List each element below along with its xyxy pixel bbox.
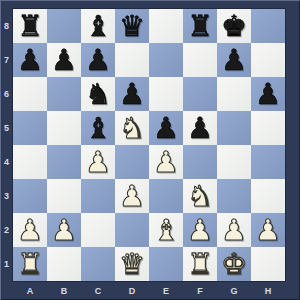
square-h1[interactable]: [251, 247, 285, 281]
square-c4[interactable]: ♟: [81, 145, 115, 179]
rank-label-4: 4: [0, 145, 13, 179]
square-g4[interactable]: [217, 145, 251, 179]
square-a8[interactable]: ♜: [13, 9, 47, 43]
piece-white-pawn[interactable]: ♟: [187, 213, 213, 247]
square-h5[interactable]: [251, 111, 285, 145]
square-f8[interactable]: ♜: [183, 9, 217, 43]
rank-labels: 8 7 6 5 4 3 2 1: [0, 9, 13, 281]
piece-white-knight[interactable]: ♞: [119, 111, 145, 145]
square-e6[interactable]: [149, 77, 183, 111]
square-g1[interactable]: ♚: [217, 247, 251, 281]
piece-black-king[interactable]: ♚: [221, 9, 247, 43]
square-h8[interactable]: [251, 9, 285, 43]
file-label-f: F: [183, 281, 217, 300]
piece-black-rook[interactable]: ♜: [187, 9, 213, 43]
piece-white-pawn[interactable]: ♟: [119, 179, 145, 213]
square-a4[interactable]: [13, 145, 47, 179]
piece-white-pawn[interactable]: ♟: [17, 213, 43, 247]
square-b6[interactable]: [47, 77, 81, 111]
piece-white-pawn[interactable]: ♟: [85, 145, 111, 179]
rank-label-6: 6: [0, 77, 13, 111]
square-f2[interactable]: ♟: [183, 213, 217, 247]
rank-label-5: 5: [0, 111, 13, 145]
square-d2[interactable]: [115, 213, 149, 247]
square-e1[interactable]: [149, 247, 183, 281]
piece-black-pawn[interactable]: ♟: [255, 77, 281, 111]
file-label-d: D: [115, 281, 149, 300]
piece-black-rook[interactable]: ♜: [17, 9, 43, 43]
square-h7[interactable]: [251, 43, 285, 77]
piece-white-pawn[interactable]: ♟: [51, 213, 77, 247]
piece-black-knight[interactable]: ♞: [85, 77, 111, 111]
file-label-h: H: [251, 281, 285, 300]
piece-white-rook[interactable]: ♜: [17, 247, 43, 281]
piece-black-pawn[interactable]: ♟: [153, 111, 179, 145]
piece-white-pawn[interactable]: ♟: [153, 145, 179, 179]
chess-board-frame: 8 7 6 5 4 3 2 1 ♜♝♛♜♚♟♟♟♟♞♟♟♝♞♟♟♟♟♟♞♟♟♝♟…: [0, 0, 300, 300]
file-label-b: B: [47, 281, 81, 300]
rank-label-1: 1: [0, 247, 13, 281]
square-f3[interactable]: ♞: [183, 179, 217, 213]
square-h3[interactable]: [251, 179, 285, 213]
square-a2[interactable]: ♟: [13, 213, 47, 247]
square-g7[interactable]: ♟: [217, 43, 251, 77]
piece-black-pawn[interactable]: ♟: [51, 43, 77, 77]
square-e7[interactable]: [149, 43, 183, 77]
file-label-c: C: [81, 281, 115, 300]
rank-label-7: 7: [0, 43, 13, 77]
square-b5[interactable]: [47, 111, 81, 145]
file-label-a: A: [13, 281, 47, 300]
piece-white-pawn[interactable]: ♟: [221, 213, 247, 247]
square-g2[interactable]: ♟: [217, 213, 251, 247]
square-d6[interactable]: ♟: [115, 77, 149, 111]
square-d3[interactable]: ♟: [115, 179, 149, 213]
square-h4[interactable]: [251, 145, 285, 179]
rank-label-3: 3: [0, 179, 13, 213]
square-h2[interactable]: ♟: [251, 213, 285, 247]
square-b8[interactable]: [47, 9, 81, 43]
piece-black-pawn[interactable]: ♟: [187, 111, 213, 145]
piece-white-knight[interactable]: ♞: [187, 179, 213, 213]
square-e8[interactable]: [149, 9, 183, 43]
square-d1[interactable]: ♛: [115, 247, 149, 281]
square-a5[interactable]: [13, 111, 47, 145]
piece-white-pawn[interactable]: ♟: [255, 213, 281, 247]
square-a3[interactable]: [13, 179, 47, 213]
square-b7[interactable]: ♟: [47, 43, 81, 77]
file-label-e: E: [149, 281, 183, 300]
square-a6[interactable]: [13, 77, 47, 111]
square-d4[interactable]: [115, 145, 149, 179]
piece-black-queen[interactable]: ♛: [119, 9, 145, 43]
piece-black-bishop[interactable]: ♝: [85, 9, 111, 43]
square-c1[interactable]: [81, 247, 115, 281]
piece-black-pawn[interactable]: ♟: [85, 43, 111, 77]
square-e5[interactable]: ♟: [149, 111, 183, 145]
piece-black-pawn[interactable]: ♟: [221, 43, 247, 77]
square-e4[interactable]: ♟: [149, 145, 183, 179]
square-g5[interactable]: [217, 111, 251, 145]
square-b2[interactable]: ♟: [47, 213, 81, 247]
square-b1[interactable]: [47, 247, 81, 281]
file-labels: A B C D E F G H: [13, 281, 285, 300]
board: ♜♝♛♜♚♟♟♟♟♞♟♟♝♞♟♟♟♟♟♞♟♟♝♟♟♟♜♛♜♚: [13, 9, 285, 281]
piece-white-queen[interactable]: ♛: [119, 247, 145, 281]
piece-white-bishop[interactable]: ♝: [153, 213, 179, 247]
rank-label-2: 2: [0, 213, 13, 247]
piece-black-bishop[interactable]: ♝: [85, 111, 111, 145]
square-b3[interactable]: [47, 179, 81, 213]
square-g3[interactable]: [217, 179, 251, 213]
square-d8[interactable]: ♛: [115, 9, 149, 43]
square-c3[interactable]: [81, 179, 115, 213]
piece-white-king[interactable]: ♚: [221, 247, 247, 281]
square-c6[interactable]: ♞: [81, 77, 115, 111]
square-a7[interactable]: ♟: [13, 43, 47, 77]
file-label-g: G: [217, 281, 251, 300]
square-c8[interactable]: ♝: [81, 9, 115, 43]
square-c5[interactable]: ♝: [81, 111, 115, 145]
square-f4[interactable]: [183, 145, 217, 179]
square-g8[interactable]: ♚: [217, 9, 251, 43]
square-a1[interactable]: ♜: [13, 247, 47, 281]
square-b4[interactable]: [47, 145, 81, 179]
square-g6[interactable]: [217, 77, 251, 111]
square-d5[interactable]: ♞: [115, 111, 149, 145]
square-f5[interactable]: ♟: [183, 111, 217, 145]
piece-black-pawn[interactable]: ♟: [119, 77, 145, 111]
square-f7[interactable]: [183, 43, 217, 77]
piece-white-rook[interactable]: ♜: [187, 247, 213, 281]
rank-label-8: 8: [0, 9, 13, 43]
square-h6[interactable]: ♟: [251, 77, 285, 111]
square-f1[interactable]: ♜: [183, 247, 217, 281]
square-d7[interactable]: [115, 43, 149, 77]
square-e3[interactable]: [149, 179, 183, 213]
piece-black-pawn[interactable]: ♟: [17, 43, 43, 77]
square-f6[interactable]: [183, 77, 217, 111]
square-c7[interactable]: ♟: [81, 43, 115, 77]
square-e2[interactable]: ♝: [149, 213, 183, 247]
square-c2[interactable]: [81, 213, 115, 247]
